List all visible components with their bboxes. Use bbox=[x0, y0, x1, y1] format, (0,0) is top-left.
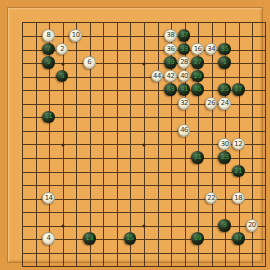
black-stone-move-35: 35 bbox=[218, 43, 231, 56]
board-intersection-mb: 37 bbox=[177, 29, 191, 43]
black-stone-move-21: 21 bbox=[232, 165, 245, 178]
board-intersection-me: 40 bbox=[177, 69, 191, 83]
board-intersection-de: 5 bbox=[55, 69, 69, 83]
board-intersection-cq: 4 bbox=[42, 232, 56, 246]
board-stones-layer: 1234567891011121314151617181920212223242… bbox=[15, 15, 270, 270]
board-intersection-pg: 24 bbox=[218, 97, 232, 111]
board-intersection-on: 22 bbox=[204, 191, 218, 205]
white-stone-move-20: 20 bbox=[246, 219, 259, 232]
white-stone-move-32: 32 bbox=[178, 97, 191, 110]
white-stone-move-26: 26 bbox=[205, 97, 218, 110]
go-board[interactable]: 1234567891011121314151617181920212223242… bbox=[7, 7, 263, 263]
black-stone-move-9: 9 bbox=[42, 56, 55, 69]
white-stone-move-34: 34 bbox=[205, 43, 218, 56]
black-stone-move-1: 1 bbox=[218, 56, 231, 69]
board-intersection-cc: 7 bbox=[42, 42, 56, 56]
black-stone-move-29: 29 bbox=[191, 70, 204, 83]
board-intersection-pd: 1 bbox=[218, 56, 232, 70]
white-stone-move-44: 44 bbox=[151, 70, 164, 83]
board-intersection-og: 26 bbox=[204, 97, 218, 111]
black-stone-move-5: 5 bbox=[56, 70, 69, 83]
white-stone-move-18: 18 bbox=[232, 192, 245, 205]
board-intersection-nd: 27 bbox=[191, 56, 205, 70]
white-stone-move-30: 30 bbox=[218, 138, 231, 151]
board-intersection-mc: 33 bbox=[177, 42, 191, 56]
board-intersection-ld: 39 bbox=[164, 56, 178, 70]
board-intersection-nk: 31 bbox=[191, 151, 205, 165]
black-stone-move-7: 7 bbox=[42, 43, 55, 56]
board-intersection-qf: 17 bbox=[232, 83, 246, 97]
board-intersection-pk: 23 bbox=[218, 151, 232, 165]
board-intersection-iq: 15 bbox=[123, 232, 137, 246]
board-intersection-md: 28 bbox=[177, 56, 191, 70]
black-stone-move-15: 15 bbox=[124, 232, 137, 245]
board-intersection-qj: 12 bbox=[232, 137, 246, 151]
board-intersection-qn: 18 bbox=[232, 191, 246, 205]
black-stone-move-47: 47 bbox=[232, 232, 245, 245]
white-stone-move-42: 42 bbox=[164, 70, 177, 83]
black-stone-move-19: 19 bbox=[191, 232, 204, 245]
board-intersection-le: 42 bbox=[164, 69, 178, 83]
black-stone-move-43: 43 bbox=[164, 83, 177, 96]
white-stone-move-2: 2 bbox=[56, 43, 69, 56]
white-stone-move-28: 28 bbox=[178, 56, 191, 69]
board-intersection-cn: 14 bbox=[42, 191, 56, 205]
board-intersection-fq: 13 bbox=[82, 232, 96, 246]
board-intersection-ne: 29 bbox=[191, 69, 205, 83]
board-intersection-pj: 30 bbox=[218, 137, 232, 151]
board-intersection-lf: 43 bbox=[164, 83, 178, 97]
board-intersection-fd: 6 bbox=[82, 56, 96, 70]
board-intersection-pf: 25 bbox=[218, 83, 232, 97]
board-intersection-pp: 3 bbox=[218, 218, 232, 232]
board-intersection-ch: 11 bbox=[42, 110, 56, 124]
board-intersection-oc: 34 bbox=[204, 42, 218, 56]
white-stone-move-12: 12 bbox=[232, 138, 245, 151]
board-intersection-ql: 21 bbox=[232, 164, 246, 178]
board-intersection-dc: 2 bbox=[55, 42, 69, 56]
board-intersection-ke: 44 bbox=[150, 69, 164, 83]
white-stone-move-16: 16 bbox=[191, 43, 204, 56]
black-stone-move-17: 17 bbox=[232, 83, 245, 96]
white-stone-move-4: 4 bbox=[42, 232, 55, 245]
board-intersection-pc: 35 bbox=[218, 42, 232, 56]
board-intersection-cb: 8 bbox=[42, 29, 56, 43]
white-stone-move-10: 10 bbox=[69, 29, 82, 42]
board-intersection-nq: 19 bbox=[191, 232, 205, 246]
black-stone-move-41: 41 bbox=[178, 83, 191, 96]
board-intersection-mg: 32 bbox=[177, 97, 191, 111]
black-stone-move-27: 27 bbox=[191, 56, 204, 69]
white-stone-move-8: 8 bbox=[42, 29, 55, 42]
black-stone-move-31: 31 bbox=[191, 151, 204, 164]
white-stone-move-46: 46 bbox=[178, 124, 191, 137]
white-stone-move-36: 36 bbox=[164, 43, 177, 56]
white-stone-move-40: 40 bbox=[178, 70, 191, 83]
board-intersection-nf: 45 bbox=[191, 83, 205, 97]
black-stone-move-25: 25 bbox=[218, 83, 231, 96]
black-stone-move-39: 39 bbox=[164, 56, 177, 69]
board-intersection-cd: 9 bbox=[42, 56, 56, 70]
black-stone-move-45: 45 bbox=[191, 83, 204, 96]
black-stone-move-3: 3 bbox=[218, 219, 231, 232]
black-stone-move-23: 23 bbox=[218, 151, 231, 164]
white-stone-move-38: 38 bbox=[164, 29, 177, 42]
white-stone-move-6: 6 bbox=[83, 56, 96, 69]
board-intersection-qq: 47 bbox=[232, 232, 246, 246]
board-intersection-mi: 46 bbox=[177, 124, 191, 138]
black-stone-move-13: 13 bbox=[83, 232, 96, 245]
board-intersection-lb: 38 bbox=[164, 29, 178, 43]
white-stone-move-14: 14 bbox=[42, 192, 55, 205]
white-stone-move-22: 22 bbox=[205, 192, 218, 205]
board-intersection-eb: 10 bbox=[69, 29, 83, 43]
board-intersection-lc: 36 bbox=[164, 42, 178, 56]
board-intersection-nc: 16 bbox=[191, 42, 205, 56]
black-stone-move-11: 11 bbox=[42, 111, 55, 124]
black-stone-move-33: 33 bbox=[178, 43, 191, 56]
black-stone-move-37: 37 bbox=[178, 29, 191, 42]
board-intersection-mf: 41 bbox=[177, 83, 191, 97]
white-stone-move-24: 24 bbox=[218, 97, 231, 110]
go-diagram: 1234567891011121314151617181920212223242… bbox=[0, 0, 270, 270]
board-intersection-rp: 20 bbox=[245, 218, 259, 232]
